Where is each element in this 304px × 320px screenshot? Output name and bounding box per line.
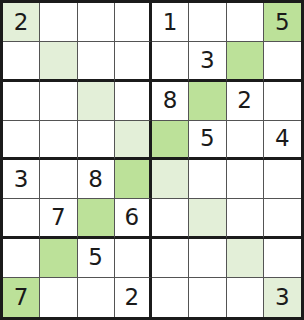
cell-r7c2[interactable] xyxy=(78,278,115,317)
cell-r6c4[interactable] xyxy=(152,239,189,278)
cell-r4c4[interactable] xyxy=(152,160,189,199)
given-digit: 7 xyxy=(14,286,29,309)
cell-r1c6[interactable] xyxy=(227,42,264,81)
given-digit: 7 xyxy=(51,206,66,229)
cell-r6c6[interactable] xyxy=(227,239,264,278)
cell-r5c1[interactable]: 7 xyxy=(40,199,77,238)
cell-r5c0[interactable] xyxy=(3,199,40,238)
given-digit: 3 xyxy=(200,49,215,72)
given-digit: 1 xyxy=(163,11,178,34)
cell-r1c2[interactable] xyxy=(78,42,115,81)
cell-r6c1[interactable] xyxy=(40,239,77,278)
given-digit: 2 xyxy=(14,11,29,34)
cell-r3c1[interactable] xyxy=(40,121,77,160)
cell-r1c7[interactable] xyxy=(264,42,301,81)
cell-r7c0[interactable]: 7 xyxy=(3,278,40,317)
given-digit: 3 xyxy=(14,168,29,191)
given-digit: 6 xyxy=(125,206,140,229)
cell-r6c5[interactable] xyxy=(189,239,226,278)
cell-r0c2[interactable] xyxy=(78,3,115,42)
cell-r7c3[interactable]: 2 xyxy=(115,278,152,317)
given-digit: 8 xyxy=(88,168,103,191)
given-digit: 2 xyxy=(237,89,252,112)
cell-r2c1[interactable] xyxy=(40,82,77,121)
given-digit: 5 xyxy=(88,246,103,269)
cell-r4c1[interactable] xyxy=(40,160,77,199)
cell-r0c5[interactable] xyxy=(189,3,226,42)
cell-r0c7[interactable]: 5 xyxy=(264,3,301,42)
cell-r2c3[interactable] xyxy=(115,82,152,121)
cell-r7c4[interactable] xyxy=(152,278,189,317)
cell-r5c5[interactable] xyxy=(189,199,226,238)
cell-r4c5[interactable] xyxy=(189,160,226,199)
cell-r7c1[interactable] xyxy=(40,278,77,317)
cell-r4c2[interactable]: 8 xyxy=(78,160,115,199)
cell-r4c3[interactable] xyxy=(115,160,152,199)
cell-r5c4[interactable] xyxy=(152,199,189,238)
cell-r2c4[interactable]: 8 xyxy=(152,82,189,121)
cell-r2c6[interactable]: 2 xyxy=(227,82,264,121)
sudoku-board: 2153825438765723 xyxy=(0,0,304,320)
cell-r0c0[interactable]: 2 xyxy=(3,3,40,42)
cell-r0c3[interactable] xyxy=(115,3,152,42)
cell-r5c3[interactable]: 6 xyxy=(115,199,152,238)
given-digit: 5 xyxy=(275,11,290,34)
given-digit: 5 xyxy=(200,127,215,150)
cell-r7c5[interactable] xyxy=(189,278,226,317)
cell-r1c5[interactable]: 3 xyxy=(189,42,226,81)
cell-r2c0[interactable] xyxy=(3,82,40,121)
cell-r0c4[interactable]: 1 xyxy=(152,3,189,42)
cell-r6c2[interactable]: 5 xyxy=(78,239,115,278)
cell-r3c5[interactable]: 5 xyxy=(189,121,226,160)
cell-r1c4[interactable] xyxy=(152,42,189,81)
cell-r3c0[interactable] xyxy=(3,121,40,160)
cell-r6c3[interactable] xyxy=(115,239,152,278)
cell-r3c2[interactable] xyxy=(78,121,115,160)
cell-r3c4[interactable] xyxy=(152,121,189,160)
cell-r0c1[interactable] xyxy=(40,3,77,42)
cell-r2c5[interactable] xyxy=(189,82,226,121)
cell-r7c7[interactable]: 3 xyxy=(264,278,301,317)
cell-r5c2[interactable] xyxy=(78,199,115,238)
cell-r1c3[interactable] xyxy=(115,42,152,81)
cell-r7c6[interactable] xyxy=(227,278,264,317)
cell-r0c6[interactable] xyxy=(227,3,264,42)
cell-r5c7[interactable] xyxy=(264,199,301,238)
given-digit: 4 xyxy=(275,127,290,150)
cell-r4c7[interactable] xyxy=(264,160,301,199)
cell-r3c6[interactable] xyxy=(227,121,264,160)
cell-r1c1[interactable] xyxy=(40,42,77,81)
cell-r4c6[interactable] xyxy=(227,160,264,199)
cell-r6c0[interactable] xyxy=(3,239,40,278)
cell-r4c0[interactable]: 3 xyxy=(3,160,40,199)
cell-r2c2[interactable] xyxy=(78,82,115,121)
cell-r3c7[interactable]: 4 xyxy=(264,121,301,160)
given-digit: 3 xyxy=(275,286,290,309)
sudoku-puzzle: 2153825438765723 xyxy=(0,0,304,320)
cell-r1c0[interactable] xyxy=(3,42,40,81)
cell-r5c6[interactable] xyxy=(227,199,264,238)
cell-r2c7[interactable] xyxy=(264,82,301,121)
cell-r3c3[interactable] xyxy=(115,121,152,160)
given-digit: 8 xyxy=(163,89,178,112)
cell-r6c7[interactable] xyxy=(264,239,301,278)
given-digit: 2 xyxy=(125,286,140,309)
